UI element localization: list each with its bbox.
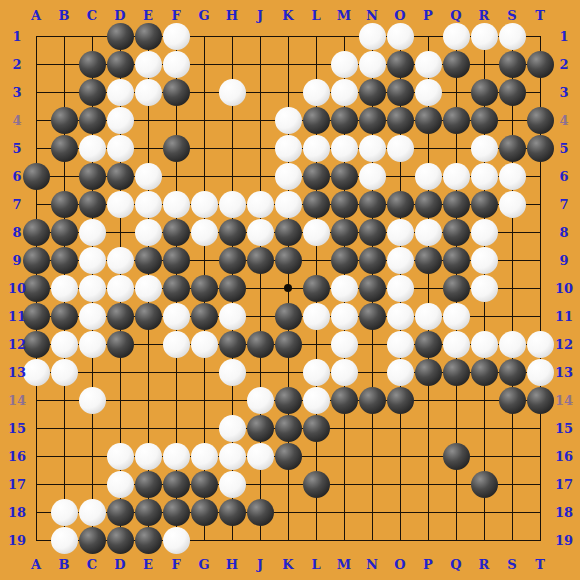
col-label-top-C: C bbox=[87, 9, 97, 22]
stone-white-H17 bbox=[219, 471, 246, 498]
stone-white-D16 bbox=[107, 443, 134, 470]
stone-white-F1 bbox=[163, 23, 190, 50]
stone-black-H9 bbox=[219, 247, 246, 274]
stone-white-N6 bbox=[359, 163, 386, 190]
stone-black-Q4 bbox=[443, 107, 470, 134]
stone-black-M9 bbox=[331, 247, 358, 274]
stone-black-O7 bbox=[387, 191, 414, 218]
stone-white-S6 bbox=[499, 163, 526, 190]
stone-black-A11 bbox=[23, 303, 50, 330]
stone-black-S2 bbox=[499, 51, 526, 78]
stone-white-K5 bbox=[275, 135, 302, 162]
stone-black-L4 bbox=[303, 107, 330, 134]
stone-white-C11 bbox=[79, 303, 106, 330]
row-label-right-15: 15 bbox=[555, 422, 573, 435]
stone-black-O4 bbox=[387, 107, 414, 134]
stone-black-S3 bbox=[499, 79, 526, 106]
row-label-right-3: 3 bbox=[559, 86, 568, 99]
col-label-bottom-A: A bbox=[31, 558, 41, 571]
row-label-right-7: 7 bbox=[559, 198, 568, 211]
col-label-bottom-P: P bbox=[423, 558, 433, 571]
stone-black-M6 bbox=[331, 163, 358, 190]
stone-black-A12 bbox=[23, 331, 50, 358]
col-label-top-N: N bbox=[366, 9, 378, 22]
stone-black-B7 bbox=[51, 191, 78, 218]
row-label-left-15: 15 bbox=[8, 422, 26, 435]
col-label-top-Q: Q bbox=[450, 9, 461, 22]
stone-black-A8 bbox=[23, 219, 50, 246]
stone-white-Q6 bbox=[443, 163, 470, 190]
stone-black-G11 bbox=[191, 303, 218, 330]
col-label-top-T: T bbox=[535, 9, 545, 22]
row-label-left-2: 2 bbox=[12, 58, 21, 71]
stone-black-R13 bbox=[471, 359, 498, 386]
col-label-top-S: S bbox=[507, 9, 516, 22]
stone-white-E3 bbox=[135, 79, 162, 106]
stone-white-B10 bbox=[51, 275, 78, 302]
col-label-bottom-H: H bbox=[226, 558, 238, 571]
stone-white-R1 bbox=[471, 23, 498, 50]
stone-white-R9 bbox=[471, 247, 498, 274]
stone-black-L10 bbox=[303, 275, 330, 302]
row-label-left-8: 8 bbox=[12, 226, 21, 239]
stone-black-F18 bbox=[163, 499, 190, 526]
go-board-app: AABBCCDDEEFFGGHHJJKKLLMMNNOOPPQQRRSSTT11… bbox=[0, 0, 580, 580]
col-label-bottom-R: R bbox=[479, 558, 490, 571]
stone-black-T5 bbox=[527, 135, 554, 162]
stone-white-O1 bbox=[387, 23, 414, 50]
stone-black-B11 bbox=[51, 303, 78, 330]
col-label-top-P: P bbox=[423, 9, 433, 22]
stone-white-D4 bbox=[107, 107, 134, 134]
stone-black-F9 bbox=[163, 247, 190, 274]
stone-white-D5 bbox=[107, 135, 134, 162]
stone-black-J18 bbox=[247, 499, 274, 526]
stone-black-G17 bbox=[191, 471, 218, 498]
col-label-bottom-O: O bbox=[394, 558, 405, 571]
stone-white-F19 bbox=[163, 527, 190, 554]
col-label-top-B: B bbox=[59, 9, 70, 22]
col-label-top-F: F bbox=[171, 9, 180, 22]
stone-white-B12 bbox=[51, 331, 78, 358]
stone-white-L14 bbox=[303, 387, 330, 414]
col-label-top-H: H bbox=[226, 9, 238, 22]
stone-white-B19 bbox=[51, 527, 78, 554]
stone-white-D17 bbox=[107, 471, 134, 498]
stone-white-C9 bbox=[79, 247, 106, 274]
stone-white-M10 bbox=[331, 275, 358, 302]
stone-white-M13 bbox=[331, 359, 358, 386]
stone-black-B8 bbox=[51, 219, 78, 246]
stone-white-N5 bbox=[359, 135, 386, 162]
stone-white-P6 bbox=[415, 163, 442, 190]
stone-black-K8 bbox=[275, 219, 302, 246]
row-label-right-19: 19 bbox=[555, 534, 573, 547]
stone-black-D1 bbox=[107, 23, 134, 50]
stone-white-O12 bbox=[387, 331, 414, 358]
stone-white-G7 bbox=[191, 191, 218, 218]
stone-white-M3 bbox=[331, 79, 358, 106]
col-label-top-O: O bbox=[394, 9, 405, 22]
row-label-left-18: 18 bbox=[8, 506, 26, 519]
stone-black-Q16 bbox=[443, 443, 470, 470]
stone-white-Q12 bbox=[443, 331, 470, 358]
stone-black-R3 bbox=[471, 79, 498, 106]
stone-black-G10 bbox=[191, 275, 218, 302]
stone-black-K9 bbox=[275, 247, 302, 274]
stone-black-B4 bbox=[51, 107, 78, 134]
stone-white-H3 bbox=[219, 79, 246, 106]
stone-white-C8 bbox=[79, 219, 106, 246]
stone-black-E11 bbox=[135, 303, 162, 330]
row-label-left-1: 1 bbox=[12, 30, 21, 43]
stone-black-C19 bbox=[79, 527, 106, 554]
stone-black-S14 bbox=[499, 387, 526, 414]
col-label-top-M: M bbox=[337, 9, 351, 22]
stone-white-O5 bbox=[387, 135, 414, 162]
stone-white-D10 bbox=[107, 275, 134, 302]
stone-black-D19 bbox=[107, 527, 134, 554]
stone-white-T13 bbox=[527, 359, 554, 386]
col-label-top-A: A bbox=[31, 9, 41, 22]
stone-black-D2 bbox=[107, 51, 134, 78]
stone-black-C3 bbox=[79, 79, 106, 106]
stone-white-E6 bbox=[135, 163, 162, 190]
stone-black-P9 bbox=[415, 247, 442, 274]
stone-white-O11 bbox=[387, 303, 414, 330]
stone-white-H16 bbox=[219, 443, 246, 470]
stone-black-G18 bbox=[191, 499, 218, 526]
stone-white-R8 bbox=[471, 219, 498, 246]
row-label-left-6: 6 bbox=[12, 170, 21, 183]
row-label-right-9: 9 bbox=[559, 254, 568, 267]
stone-black-E9 bbox=[135, 247, 162, 274]
row-label-right-2: 2 bbox=[559, 58, 568, 71]
stone-white-O8 bbox=[387, 219, 414, 246]
stone-black-P12 bbox=[415, 331, 442, 358]
stone-black-O2 bbox=[387, 51, 414, 78]
stone-white-F11 bbox=[163, 303, 190, 330]
stone-white-J7 bbox=[247, 191, 274, 218]
stone-black-T2 bbox=[527, 51, 554, 78]
stone-white-C10 bbox=[79, 275, 106, 302]
row-label-left-17: 17 bbox=[8, 478, 26, 491]
stone-white-L8 bbox=[303, 219, 330, 246]
stone-white-H11 bbox=[219, 303, 246, 330]
stone-black-K16 bbox=[275, 443, 302, 470]
col-label-bottom-L: L bbox=[311, 558, 320, 571]
row-label-left-10: 10 bbox=[8, 282, 26, 295]
stone-white-D3 bbox=[107, 79, 134, 106]
stone-black-L17 bbox=[303, 471, 330, 498]
stone-black-M4 bbox=[331, 107, 358, 134]
stone-white-Q1 bbox=[443, 23, 470, 50]
stone-black-F5 bbox=[163, 135, 190, 162]
stone-white-M11 bbox=[331, 303, 358, 330]
col-label-top-J: J bbox=[257, 9, 263, 22]
stone-black-H18 bbox=[219, 499, 246, 526]
stone-white-Q11 bbox=[443, 303, 470, 330]
row-label-left-11: 11 bbox=[8, 310, 26, 323]
stone-white-O13 bbox=[387, 359, 414, 386]
stone-black-S13 bbox=[499, 359, 526, 386]
stone-black-Q7 bbox=[443, 191, 470, 218]
stone-black-F10 bbox=[163, 275, 190, 302]
row-label-left-5: 5 bbox=[12, 142, 21, 155]
go-board[interactable]: AABBCCDDEEFFGGHHJJKKLLMMNNOOPPQQRRSSTT11… bbox=[0, 0, 580, 580]
stone-black-A10 bbox=[23, 275, 50, 302]
stone-white-G8 bbox=[191, 219, 218, 246]
col-label-bottom-B: B bbox=[59, 558, 70, 571]
stone-white-R6 bbox=[471, 163, 498, 190]
stone-black-Q8 bbox=[443, 219, 470, 246]
hoshi-K10 bbox=[284, 284, 292, 292]
stone-white-R12 bbox=[471, 331, 498, 358]
stone-white-H13 bbox=[219, 359, 246, 386]
stone-black-Q2 bbox=[443, 51, 470, 78]
stone-black-N9 bbox=[359, 247, 386, 274]
row-label-right-18: 18 bbox=[555, 506, 573, 519]
stone-black-J15 bbox=[247, 415, 274, 442]
col-label-bottom-K: K bbox=[282, 558, 293, 571]
stone-black-R7 bbox=[471, 191, 498, 218]
stone-white-P11 bbox=[415, 303, 442, 330]
stone-black-C7 bbox=[79, 191, 106, 218]
stone-white-C18 bbox=[79, 499, 106, 526]
stone-black-O3 bbox=[387, 79, 414, 106]
stone-black-S5 bbox=[499, 135, 526, 162]
stone-white-H15 bbox=[219, 415, 246, 442]
stone-white-G16 bbox=[191, 443, 218, 470]
stone-white-J14 bbox=[247, 387, 274, 414]
stone-black-J12 bbox=[247, 331, 274, 358]
stone-black-A6 bbox=[23, 163, 50, 190]
stone-black-C6 bbox=[79, 163, 106, 190]
stone-black-K15 bbox=[275, 415, 302, 442]
stone-white-G12 bbox=[191, 331, 218, 358]
row-label-left-4: 4 bbox=[12, 114, 21, 127]
col-label-top-L: L bbox=[311, 9, 320, 22]
col-label-bottom-D: D bbox=[114, 558, 125, 571]
stone-white-K6 bbox=[275, 163, 302, 190]
stone-black-K11 bbox=[275, 303, 302, 330]
row-label-left-12: 12 bbox=[8, 338, 26, 351]
stone-black-C4 bbox=[79, 107, 106, 134]
stone-black-P13 bbox=[415, 359, 442, 386]
stone-white-R10 bbox=[471, 275, 498, 302]
stone-white-S12 bbox=[499, 331, 526, 358]
stone-black-P4 bbox=[415, 107, 442, 134]
stone-black-B5 bbox=[51, 135, 78, 162]
stone-white-P2 bbox=[415, 51, 442, 78]
row-label-right-8: 8 bbox=[559, 226, 568, 239]
stone-white-B13 bbox=[51, 359, 78, 386]
stone-black-M14 bbox=[331, 387, 358, 414]
stone-black-P7 bbox=[415, 191, 442, 218]
col-label-bottom-M: M bbox=[337, 558, 351, 571]
stone-white-O9 bbox=[387, 247, 414, 274]
stone-white-D9 bbox=[107, 247, 134, 274]
row-label-left-9: 9 bbox=[12, 254, 21, 267]
stone-black-Q13 bbox=[443, 359, 470, 386]
stone-white-C5 bbox=[79, 135, 106, 162]
stone-white-T12 bbox=[527, 331, 554, 358]
stone-white-P8 bbox=[415, 219, 442, 246]
row-label-left-16: 16 bbox=[8, 450, 26, 463]
row-label-right-12: 12 bbox=[555, 338, 573, 351]
stone-black-H8 bbox=[219, 219, 246, 246]
stone-black-N10 bbox=[359, 275, 386, 302]
col-label-bottom-S: S bbox=[507, 558, 516, 571]
stone-white-M2 bbox=[331, 51, 358, 78]
row-label-right-4: 4 bbox=[559, 114, 568, 127]
stone-white-E16 bbox=[135, 443, 162, 470]
row-label-right-6: 6 bbox=[559, 170, 568, 183]
stone-black-O14 bbox=[387, 387, 414, 414]
stone-black-T4 bbox=[527, 107, 554, 134]
stone-white-P3 bbox=[415, 79, 442, 106]
stone-white-C12 bbox=[79, 331, 106, 358]
stone-white-K7 bbox=[275, 191, 302, 218]
stone-black-K14 bbox=[275, 387, 302, 414]
stone-black-L15 bbox=[303, 415, 330, 442]
row-label-left-13: 13 bbox=[8, 366, 26, 379]
stone-black-F8 bbox=[163, 219, 190, 246]
stone-white-E2 bbox=[135, 51, 162, 78]
row-label-right-11: 11 bbox=[555, 310, 573, 323]
stone-black-N4 bbox=[359, 107, 386, 134]
col-label-top-G: G bbox=[198, 9, 209, 22]
stone-black-E18 bbox=[135, 499, 162, 526]
col-label-bottom-F: F bbox=[171, 558, 180, 571]
col-label-top-K: K bbox=[282, 9, 293, 22]
col-label-bottom-J: J bbox=[257, 558, 263, 571]
stone-black-M8 bbox=[331, 219, 358, 246]
stone-white-C14 bbox=[79, 387, 106, 414]
stone-white-N1 bbox=[359, 23, 386, 50]
stone-white-F2 bbox=[163, 51, 190, 78]
col-label-bottom-N: N bbox=[366, 558, 378, 571]
stone-black-Q10 bbox=[443, 275, 470, 302]
stone-white-M5 bbox=[331, 135, 358, 162]
row-label-right-14: 14 bbox=[555, 394, 573, 407]
stone-white-F12 bbox=[163, 331, 190, 358]
stone-black-H12 bbox=[219, 331, 246, 358]
stone-white-J16 bbox=[247, 443, 274, 470]
stone-black-D6 bbox=[107, 163, 134, 190]
row-label-right-5: 5 bbox=[559, 142, 568, 155]
stone-white-N2 bbox=[359, 51, 386, 78]
row-label-left-7: 7 bbox=[12, 198, 21, 211]
stone-black-N8 bbox=[359, 219, 386, 246]
stone-white-B18 bbox=[51, 499, 78, 526]
stone-white-L11 bbox=[303, 303, 330, 330]
stone-black-T14 bbox=[527, 387, 554, 414]
stone-white-A13 bbox=[23, 359, 50, 386]
stone-black-D12 bbox=[107, 331, 134, 358]
stone-white-H7 bbox=[219, 191, 246, 218]
stone-black-E1 bbox=[135, 23, 162, 50]
stone-black-K12 bbox=[275, 331, 302, 358]
stone-black-M7 bbox=[331, 191, 358, 218]
stone-white-M12 bbox=[331, 331, 358, 358]
stone-white-L5 bbox=[303, 135, 330, 162]
stone-black-D11 bbox=[107, 303, 134, 330]
row-label-left-3: 3 bbox=[12, 86, 21, 99]
stone-black-R17 bbox=[471, 471, 498, 498]
stone-white-D7 bbox=[107, 191, 134, 218]
stone-black-F3 bbox=[163, 79, 190, 106]
col-label-bottom-E: E bbox=[143, 558, 153, 571]
col-label-top-E: E bbox=[143, 9, 153, 22]
stone-white-S7 bbox=[499, 191, 526, 218]
col-label-bottom-T: T bbox=[535, 558, 545, 571]
stone-black-C2 bbox=[79, 51, 106, 78]
row-label-right-17: 17 bbox=[555, 478, 573, 491]
stone-white-R5 bbox=[471, 135, 498, 162]
stone-white-E7 bbox=[135, 191, 162, 218]
stone-black-F17 bbox=[163, 471, 190, 498]
col-label-top-R: R bbox=[479, 9, 490, 22]
row-label-left-19: 19 bbox=[8, 534, 26, 547]
stone-black-N7 bbox=[359, 191, 386, 218]
col-label-top-D: D bbox=[114, 9, 125, 22]
stone-white-S1 bbox=[499, 23, 526, 50]
stone-white-L3 bbox=[303, 79, 330, 106]
stone-black-L7 bbox=[303, 191, 330, 218]
stone-black-D18 bbox=[107, 499, 134, 526]
stone-black-E19 bbox=[135, 527, 162, 554]
stone-white-F16 bbox=[163, 443, 190, 470]
col-label-bottom-G: G bbox=[198, 558, 209, 571]
stone-white-E8 bbox=[135, 219, 162, 246]
stone-black-Q9 bbox=[443, 247, 470, 274]
row-label-right-10: 10 bbox=[555, 282, 573, 295]
stone-white-O10 bbox=[387, 275, 414, 302]
row-label-left-14: 14 bbox=[8, 394, 26, 407]
stone-black-A9 bbox=[23, 247, 50, 274]
stone-white-L13 bbox=[303, 359, 330, 386]
stone-black-J9 bbox=[247, 247, 274, 274]
col-label-bottom-C: C bbox=[87, 558, 97, 571]
stone-black-N14 bbox=[359, 387, 386, 414]
stone-white-K4 bbox=[275, 107, 302, 134]
stone-black-L6 bbox=[303, 163, 330, 190]
stone-white-F7 bbox=[163, 191, 190, 218]
stone-black-E17 bbox=[135, 471, 162, 498]
stone-black-R4 bbox=[471, 107, 498, 134]
stone-white-E10 bbox=[135, 275, 162, 302]
row-label-right-1: 1 bbox=[559, 30, 568, 43]
col-label-bottom-Q: Q bbox=[450, 558, 461, 571]
stone-black-B9 bbox=[51, 247, 78, 274]
stone-black-N3 bbox=[359, 79, 386, 106]
stone-black-N11 bbox=[359, 303, 386, 330]
row-label-right-13: 13 bbox=[555, 366, 573, 379]
stone-black-H10 bbox=[219, 275, 246, 302]
row-label-right-16: 16 bbox=[555, 450, 573, 463]
stone-white-J8 bbox=[247, 219, 274, 246]
